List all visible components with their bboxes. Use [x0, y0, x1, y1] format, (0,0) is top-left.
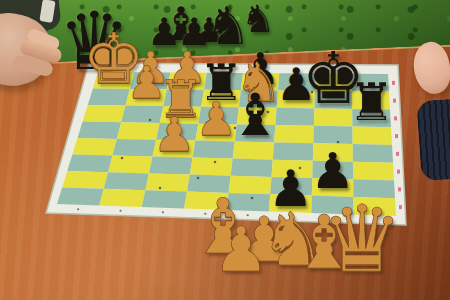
- photo-chess-scene: ♚♟♟♟♟♜♞♟♚♜♜♟♝♟♟♟♛♟♝♟♟♞♞♝♟♟♞♝♛: [0, 0, 450, 300]
- right-sleeve: [416, 99, 450, 181]
- white-p-c4[interactable]: ♟: [153, 111, 196, 159]
- black-b-e5[interactable]: ♝: [229, 87, 281, 145]
- right-player-arm: [390, 0, 450, 230]
- left-player-hand: [0, 0, 115, 115]
- black-r-h6[interactable]: ♜: [348, 77, 394, 129]
- right-hand: [409, 39, 450, 97]
- captured-white-p-1[interactable]: ♟: [213, 219, 269, 281]
